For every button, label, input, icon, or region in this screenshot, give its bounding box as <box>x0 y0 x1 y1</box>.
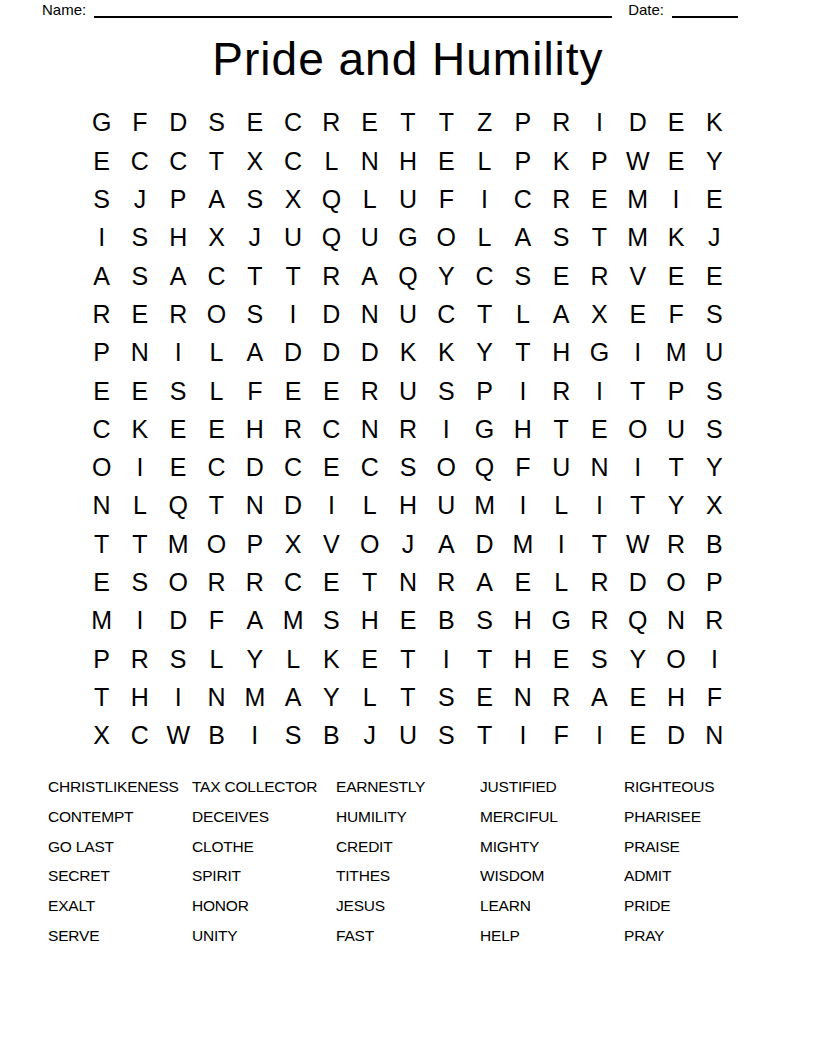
grid-cell-r16c7: Y <box>312 678 350 716</box>
grid-cell-r13c2: S <box>121 563 159 601</box>
grid-cell-r13c15: D <box>619 563 657 601</box>
grid-cell-r3c17: E <box>695 180 733 218</box>
grid-cell-r1c17: K <box>695 104 733 142</box>
grid-cell-r4c9: G <box>389 219 427 257</box>
grid-cell-r6c6: I <box>274 295 312 333</box>
grid-cell-r1c16: E <box>657 104 695 142</box>
grid-cell-r15c8: E <box>351 640 389 678</box>
grid-cell-r1c5: E <box>236 104 274 142</box>
grid-cell-r8c13: R <box>542 372 580 410</box>
grid-cell-r15c3: S <box>159 640 197 678</box>
grid-cell-r1c12: P <box>504 104 542 142</box>
grid-cell-r9c5: H <box>236 410 274 448</box>
grid-cell-r1c6: C <box>274 104 312 142</box>
grid-cell-r17c11: T <box>465 717 503 755</box>
grid-cell-r11c6: D <box>274 487 312 525</box>
word-list: CHRISTLIKENESSCONTEMPTGO LASTSECRETEXALT… <box>48 772 816 951</box>
grid-cell-r7c5: A <box>236 334 274 372</box>
grid-cell-r2c15: W <box>619 142 657 180</box>
grid-cell-r10c8: C <box>351 448 389 486</box>
grid-cell-r3c7: Q <box>312 180 350 218</box>
grid-cell-r3c13: R <box>542 180 580 218</box>
grid-cell-r6c2: E <box>121 295 159 333</box>
grid-cell-r6c7: D <box>312 295 350 333</box>
date-label: Date: <box>628 1 664 18</box>
grid-cell-r6c1: R <box>82 295 120 333</box>
grid-cell-r15c5: Y <box>236 640 274 678</box>
word-item-col1-row4: SECRET <box>48 867 192 885</box>
grid-cell-r12c11: D <box>465 525 503 563</box>
grid-cell-r5c13: E <box>542 257 580 295</box>
grid-cell-r12c3: M <box>159 525 197 563</box>
grid-cell-r17c16: D <box>657 717 695 755</box>
grid-cell-r16c15: E <box>619 678 657 716</box>
grid-cell-r13c14: R <box>580 563 618 601</box>
grid-cell-r3c15: M <box>619 180 657 218</box>
grid-cell-r6c12: L <box>504 295 542 333</box>
grid-cell-r13c4: R <box>197 563 235 601</box>
word-item-col2-row2: DECEIVES <box>192 808 336 826</box>
grid-cell-r6c3: R <box>159 295 197 333</box>
word-item-col3-row4: TITHES <box>336 867 480 885</box>
letter-grid: GFDSECRETTZPRIDEKECCTXCLNHELPKPWEYSJPASX… <box>82 104 733 755</box>
grid-cell-r2c4: T <box>197 142 235 180</box>
grid-cell-r1c8: E <box>351 104 389 142</box>
grid-cell-r14c15: Q <box>619 602 657 640</box>
grid-cell-r3c9: U <box>389 180 427 218</box>
grid-cell-r10c17: Y <box>695 448 733 486</box>
grid-cell-r9c6: R <box>274 410 312 448</box>
grid-cell-r16c2: H <box>121 678 159 716</box>
grid-cell-r17c12: I <box>504 717 542 755</box>
grid-cell-r8c14: I <box>580 372 618 410</box>
grid-cell-r15c7: K <box>312 640 350 678</box>
grid-cell-r8c17: S <box>695 372 733 410</box>
grid-cell-r7c10: K <box>427 334 465 372</box>
grid-cell-r12c15: W <box>619 525 657 563</box>
grid-cell-r16c9: T <box>389 678 427 716</box>
word-item-col1-row2: CONTEMPT <box>48 808 192 826</box>
grid-cell-r13c12: E <box>504 563 542 601</box>
grid-cell-r12c9: J <box>389 525 427 563</box>
grid-cell-r1c15: D <box>619 104 657 142</box>
grid-cell-r12c1: T <box>82 525 120 563</box>
word-item-col2-row6: UNITY <box>192 927 336 945</box>
grid-cell-r3c5: S <box>236 180 274 218</box>
word-item-col5-row4: ADMIT <box>624 867 768 885</box>
grid-cell-r13c10: R <box>427 563 465 601</box>
grid-cell-r9c2: K <box>121 410 159 448</box>
grid-cell-r4c5: J <box>236 219 274 257</box>
word-item-col2-row1: TAX COLLECTOR <box>192 778 336 796</box>
grid-cell-r2c11: L <box>465 142 503 180</box>
grid-cell-r15c13: E <box>542 640 580 678</box>
grid-cell-r4c11: L <box>465 219 503 257</box>
word-item-col4-row4: WISDOM <box>480 867 624 885</box>
grid-cell-r16c1: T <box>82 678 120 716</box>
grid-cell-r16c11: E <box>465 678 503 716</box>
grid-cell-r8c1: E <box>82 372 120 410</box>
grid-cell-r12c2: T <box>121 525 159 563</box>
grid-cell-r15c14: S <box>580 640 618 678</box>
grid-cell-r9c15: O <box>619 410 657 448</box>
grid-cell-r2c6: C <box>274 142 312 180</box>
grid-cell-r14c8: H <box>351 602 389 640</box>
word-item-col5-row5: PRIDE <box>624 897 768 915</box>
grid-cell-r10c6: C <box>274 448 312 486</box>
grid-cell-r2c5: X <box>236 142 274 180</box>
grid-cell-r5c3: A <box>159 257 197 295</box>
grid-cell-r4c6: U <box>274 219 312 257</box>
grid-cell-r4c10: O <box>427 219 465 257</box>
grid-cell-r6c11: T <box>465 295 503 333</box>
word-item-col3-row2: HUMILITY <box>336 808 480 826</box>
grid-cell-r1c14: I <box>580 104 618 142</box>
grid-cell-r17c3: W <box>159 717 197 755</box>
grid-cell-r4c4: X <box>197 219 235 257</box>
grid-cell-r8c3: S <box>159 372 197 410</box>
word-item-col4-row2: MERCIFUL <box>480 808 624 826</box>
grid-cell-r2c16: E <box>657 142 695 180</box>
grid-cell-r10c4: C <box>197 448 235 486</box>
word-item-col1-row1: CHRISTLIKENESS <box>48 778 192 796</box>
grid-cell-r3c6: X <box>274 180 312 218</box>
grid-cell-r14c4: F <box>197 602 235 640</box>
word-item-col4-row5: LEARN <box>480 897 624 915</box>
grid-cell-r11c16: Y <box>657 487 695 525</box>
word-item-col2-row5: HONOR <box>192 897 336 915</box>
grid-cell-r10c11: Q <box>465 448 503 486</box>
grid-cell-r1c11: Z <box>465 104 503 142</box>
grid-cell-r3c4: A <box>197 180 235 218</box>
grid-cell-r14c13: G <box>542 602 580 640</box>
grid-cell-r11c2: L <box>121 487 159 525</box>
grid-cell-r11c4: T <box>197 487 235 525</box>
grid-cell-r12c10: A <box>427 525 465 563</box>
word-item-col1-row3: GO LAST <box>48 838 192 856</box>
grid-cell-r14c12: H <box>504 602 542 640</box>
grid-cell-r8c5: F <box>236 372 274 410</box>
grid-cell-r6c13: A <box>542 295 580 333</box>
grid-cell-r9c4: E <box>197 410 235 448</box>
grid-cell-r6c10: C <box>427 295 465 333</box>
grid-cell-r6c9: U <box>389 295 427 333</box>
grid-cell-r14c17: R <box>695 602 733 640</box>
grid-cell-r13c3: O <box>159 563 197 601</box>
grid-cell-r16c10: S <box>427 678 465 716</box>
grid-cell-r2c9: H <box>389 142 427 180</box>
grid-cell-r8c16: P <box>657 372 695 410</box>
grid-cell-r7c2: N <box>121 334 159 372</box>
word-item-col4-row1: JUSTIFIED <box>480 778 624 796</box>
grid-cell-r6c16: F <box>657 295 695 333</box>
grid-cell-r9c1: C <box>82 410 120 448</box>
grid-cell-r16c3: I <box>159 678 197 716</box>
worksheet-header: Name: Date: <box>0 0 816 18</box>
grid-cell-r15c9: T <box>389 640 427 678</box>
grid-cell-r11c17: X <box>695 487 733 525</box>
grid-cell-r7c12: T <box>504 334 542 372</box>
grid-cell-r6c15: E <box>619 295 657 333</box>
grid-cell-r14c14: R <box>580 602 618 640</box>
grid-cell-r16c12: N <box>504 678 542 716</box>
grid-cell-r8c7: E <box>312 372 350 410</box>
grid-cell-r3c2: J <box>121 180 159 218</box>
grid-cell-r16c14: A <box>580 678 618 716</box>
word-item-col5-row3: PRAISE <box>624 838 768 856</box>
grid-cell-r1c2: F <box>121 104 159 142</box>
grid-cell-r5c2: S <box>121 257 159 295</box>
grid-cell-r12c7: V <box>312 525 350 563</box>
grid-cell-r15c15: Y <box>619 640 657 678</box>
grid-cell-r3c3: P <box>159 180 197 218</box>
grid-cell-r11c5: N <box>236 487 274 525</box>
grid-cell-r13c11: A <box>465 563 503 601</box>
word-item-col1-row6: SERVE <box>48 927 192 945</box>
grid-cell-r7c7: D <box>312 334 350 372</box>
grid-cell-r5c12: S <box>504 257 542 295</box>
grid-cell-r14c11: S <box>465 602 503 640</box>
grid-cell-r16c8: L <box>351 678 389 716</box>
word-item-col3-row1: EARNESTLY <box>336 778 480 796</box>
grid-cell-r16c4: N <box>197 678 235 716</box>
grid-cell-r3c10: F <box>427 180 465 218</box>
grid-cell-r8c4: L <box>197 372 235 410</box>
grid-cell-r14c9: E <box>389 602 427 640</box>
grid-cell-r12c13: I <box>542 525 580 563</box>
grid-cell-r8c6: E <box>274 372 312 410</box>
grid-cell-r4c8: U <box>351 219 389 257</box>
grid-cell-r10c9: S <box>389 448 427 486</box>
puzzle-title: Pride and Humility <box>0 33 816 87</box>
grid-cell-r9c9: R <box>389 410 427 448</box>
grid-cell-r2c1: E <box>82 142 120 180</box>
grid-cell-r5c6: T <box>274 257 312 295</box>
grid-cell-r12c14: T <box>580 525 618 563</box>
grid-cell-r6c8: N <box>351 295 389 333</box>
grid-cell-r16c13: R <box>542 678 580 716</box>
grid-cell-r15c16: O <box>657 640 695 678</box>
grid-cell-r11c3: Q <box>159 487 197 525</box>
grid-cell-r9c13: T <box>542 410 580 448</box>
grid-cell-r8c2: E <box>121 372 159 410</box>
word-item-col1-row5: EXALT <box>48 897 192 915</box>
grid-cell-r4c14: T <box>580 219 618 257</box>
grid-cell-r16c17: F <box>695 678 733 716</box>
grid-cell-r5c7: R <box>312 257 350 295</box>
grid-cell-r12c6: X <box>274 525 312 563</box>
grid-cell-r17c4: B <box>197 717 235 755</box>
grid-cell-r17c6: S <box>274 717 312 755</box>
grid-cell-r10c3: E <box>159 448 197 486</box>
grid-cell-r1c9: T <box>389 104 427 142</box>
grid-cell-r8c10: S <box>427 372 465 410</box>
grid-cell-r2c8: N <box>351 142 389 180</box>
grid-cell-r2c13: K <box>542 142 580 180</box>
grid-cell-r12c8: O <box>351 525 389 563</box>
grid-cell-r13c16: O <box>657 563 695 601</box>
grid-cell-r13c6: C <box>274 563 312 601</box>
grid-cell-r9c7: C <box>312 410 350 448</box>
grid-cell-r11c11: M <box>465 487 503 525</box>
grid-cell-r7c4: L <box>197 334 235 372</box>
word-item-col3-row5: JESUS <box>336 897 480 915</box>
word-item-col3-row3: CREDIT <box>336 838 480 856</box>
grid-cell-r16c6: A <box>274 678 312 716</box>
grid-cell-r17c5: I <box>236 717 274 755</box>
grid-cell-r13c8: T <box>351 563 389 601</box>
grid-cell-r14c6: M <box>274 602 312 640</box>
grid-cell-r8c11: P <box>465 372 503 410</box>
grid-cell-r11c12: I <box>504 487 542 525</box>
grid-cell-r5c9: Q <box>389 257 427 295</box>
grid-cell-r3c16: I <box>657 180 695 218</box>
word-item-col5-row6: PRAY <box>624 927 768 945</box>
grid-cell-r1c4: S <box>197 104 235 142</box>
grid-cell-r10c10: O <box>427 448 465 486</box>
grid-cell-r8c12: I <box>504 372 542 410</box>
grid-cell-r4c7: Q <box>312 219 350 257</box>
grid-cell-r8c8: R <box>351 372 389 410</box>
grid-cell-r9c8: N <box>351 410 389 448</box>
grid-cell-r10c1: O <box>82 448 120 486</box>
grid-cell-r2c12: P <box>504 142 542 180</box>
grid-cell-r3c8: L <box>351 180 389 218</box>
grid-cell-r14c1: M <box>82 602 120 640</box>
grid-cell-r7c8: D <box>351 334 389 372</box>
grid-cell-r10c14: N <box>580 448 618 486</box>
grid-cell-r1c10: T <box>427 104 465 142</box>
grid-cell-r11c13: L <box>542 487 580 525</box>
grid-cell-r8c9: U <box>389 372 427 410</box>
grid-cell-r7c16: M <box>657 334 695 372</box>
grid-cell-r17c9: U <box>389 717 427 755</box>
grid-cell-r2c17: Y <box>695 142 733 180</box>
grid-cell-r17c10: S <box>427 717 465 755</box>
grid-cell-r11c9: H <box>389 487 427 525</box>
grid-cell-r17c15: E <box>619 717 657 755</box>
grid-cell-r4c12: A <box>504 219 542 257</box>
grid-cell-r1c13: R <box>542 104 580 142</box>
grid-cell-r7c17: U <box>695 334 733 372</box>
word-item-col4-row3: MIGHTY <box>480 838 624 856</box>
grid-cell-r15c6: L <box>274 640 312 678</box>
grid-cell-r15c11: T <box>465 640 503 678</box>
grid-cell-r10c16: T <box>657 448 695 486</box>
grid-cell-r12c5: P <box>236 525 274 563</box>
word-item-col2-row4: SPIRIT <box>192 867 336 885</box>
grid-cell-r10c5: D <box>236 448 274 486</box>
grid-cell-r5c11: C <box>465 257 503 295</box>
grid-cell-r1c3: D <box>159 104 197 142</box>
grid-cell-r11c7: I <box>312 487 350 525</box>
grid-cell-r10c12: F <box>504 448 542 486</box>
grid-cell-r4c3: H <box>159 219 197 257</box>
word-item-col5-row2: PHARISEE <box>624 808 768 826</box>
grid-cell-r5c15: V <box>619 257 657 295</box>
grid-cell-r7c11: Y <box>465 334 503 372</box>
grid-cell-r2c3: C <box>159 142 197 180</box>
grid-cell-r17c17: N <box>695 717 733 755</box>
grid-cell-r11c1: N <box>82 487 120 525</box>
grid-cell-r15c17: I <box>695 640 733 678</box>
grid-cell-r2c7: L <box>312 142 350 180</box>
grid-cell-r17c1: X <box>82 717 120 755</box>
grid-cell-r11c10: U <box>427 487 465 525</box>
grid-cell-r14c5: A <box>236 602 274 640</box>
grid-cell-r5c16: E <box>657 257 695 295</box>
grid-cell-r3c1: S <box>82 180 120 218</box>
grid-cell-r3c11: I <box>465 180 503 218</box>
grid-cell-r14c2: I <box>121 602 159 640</box>
grid-cell-r4c2: S <box>121 219 159 257</box>
grid-cell-r13c9: N <box>389 563 427 601</box>
grid-cell-r16c5: M <box>236 678 274 716</box>
grid-cell-r9c17: S <box>695 410 733 448</box>
grid-cell-r14c16: N <box>657 602 695 640</box>
date-fill-line[interactable] <box>672 1 738 18</box>
grid-cell-r6c4: O <box>197 295 235 333</box>
grid-cell-r4c1: I <box>82 219 120 257</box>
grid-cell-r7c3: I <box>159 334 197 372</box>
grid-cell-r7c15: I <box>619 334 657 372</box>
grid-cell-r9c11: G <box>465 410 503 448</box>
grid-cell-r9c3: E <box>159 410 197 448</box>
grid-cell-r12c16: R <box>657 525 695 563</box>
grid-cell-r1c7: R <box>312 104 350 142</box>
grid-cell-r15c2: R <box>121 640 159 678</box>
grid-cell-r10c2: I <box>121 448 159 486</box>
grid-cell-r7c6: D <box>274 334 312 372</box>
grid-cell-r12c4: O <box>197 525 235 563</box>
grid-cell-r5c4: C <box>197 257 235 295</box>
grid-cell-r7c9: K <box>389 334 427 372</box>
grid-cell-r6c5: S <box>236 295 274 333</box>
grid-cell-r5c8: A <box>351 257 389 295</box>
grid-cell-r9c14: E <box>580 410 618 448</box>
grid-cell-r5c5: T <box>236 257 274 295</box>
name-fill-line[interactable] <box>94 1 612 18</box>
name-label: Name: <box>42 1 86 18</box>
grid-cell-r2c10: E <box>427 142 465 180</box>
grid-cell-r4c16: K <box>657 219 695 257</box>
grid-cell-r11c8: L <box>351 487 389 525</box>
grid-cell-r13c5: R <box>236 563 274 601</box>
grid-cell-r3c12: C <box>504 180 542 218</box>
grid-cell-r8c15: T <box>619 372 657 410</box>
grid-cell-r4c15: M <box>619 219 657 257</box>
word-item-col4-row6: HELP <box>480 927 624 945</box>
grid-cell-r9c10: I <box>427 410 465 448</box>
grid-cell-r17c14: I <box>580 717 618 755</box>
word-item-col2-row3: CLOTHE <box>192 838 336 856</box>
grid-cell-r17c8: J <box>351 717 389 755</box>
grid-cell-r10c15: I <box>619 448 657 486</box>
grid-cell-r16c16: H <box>657 678 695 716</box>
grid-cell-r4c13: S <box>542 219 580 257</box>
grid-cell-r13c7: E <box>312 563 350 601</box>
grid-cell-r3c14: E <box>580 180 618 218</box>
grid-cell-r6c14: X <box>580 295 618 333</box>
grid-cell-r12c12: M <box>504 525 542 563</box>
grid-cell-r1c1: G <box>82 104 120 142</box>
grid-cell-r10c7: E <box>312 448 350 486</box>
grid-cell-r7c14: G <box>580 334 618 372</box>
grid-cell-r14c3: D <box>159 602 197 640</box>
grid-cell-r14c10: B <box>427 602 465 640</box>
grid-cell-r9c16: U <box>657 410 695 448</box>
word-item-col3-row6: FAST <box>336 927 480 945</box>
